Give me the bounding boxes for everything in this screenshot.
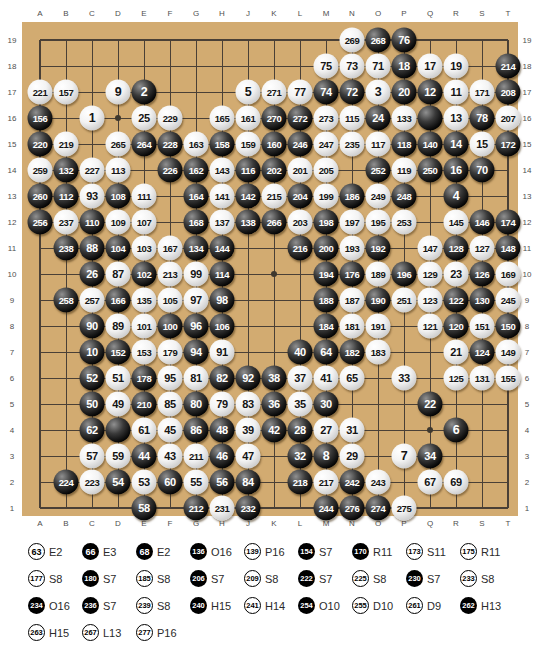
move-number: 145 <box>449 217 464 227</box>
stone-H14: 143 <box>210 158 235 183</box>
move-number: 160 <box>267 139 282 149</box>
move-number: 3 <box>375 86 382 99</box>
legend-entry: 66E3 <box>82 543 136 560</box>
move-number: 131 <box>475 373 490 383</box>
move-number: 158 <box>215 139 230 149</box>
legend-entry: 173S11 <box>406 543 460 560</box>
move-number: 78 <box>476 113 487 124</box>
move-number: 266 <box>267 217 282 227</box>
stone-R14: 16 <box>444 158 469 183</box>
stone-O15: 117 <box>366 132 391 157</box>
stone-S14: 70 <box>470 158 495 183</box>
move-number: 242 <box>345 477 360 487</box>
stone-T10: 169 <box>496 262 521 287</box>
legend-coord: E2 <box>157 546 170 558</box>
legend-stone: 185 <box>136 570 153 587</box>
stone-B13: 112 <box>54 184 79 209</box>
stone-J1: 232 <box>236 496 261 521</box>
stone-M4: 27 <box>314 418 339 443</box>
move-number: 22 <box>424 399 435 410</box>
stone-E17: 2 <box>132 80 157 105</box>
stone-C5: 50 <box>80 392 105 417</box>
stone-D6: 51 <box>106 366 131 391</box>
move-number: 220 <box>33 139 48 149</box>
move-number: 165 <box>215 113 230 123</box>
legend-stone: 66 <box>82 543 99 560</box>
coord-label: 19 <box>8 36 17 45</box>
stone-J13: 142 <box>236 184 261 209</box>
move-number: 77 <box>294 87 305 98</box>
stone-G14: 162 <box>184 158 209 183</box>
coord-label: A <box>37 9 42 18</box>
stone-K15: 160 <box>262 132 287 157</box>
stone-F5: 85 <box>158 392 183 417</box>
stone-C6: 52 <box>80 366 105 391</box>
move-number: 61 <box>138 425 149 436</box>
move-number: 29 <box>346 451 357 462</box>
legend-coord: O10 <box>319 600 340 612</box>
stone-T18: 214 <box>496 54 521 79</box>
stone-P12: 253 <box>392 210 417 235</box>
move-number: 169 <box>501 269 516 279</box>
move-number: 17 <box>424 61 435 72</box>
stone-E16: 25 <box>132 106 157 131</box>
move-number: 56 <box>216 477 227 488</box>
stone-F9: 105 <box>158 288 183 313</box>
coord-label: 17 <box>8 88 17 97</box>
legend-entry: 234O16 <box>28 597 82 614</box>
stone-O8: 191 <box>366 314 391 339</box>
legend-row: 63E266E368E2136O16139P16154S7170R11173S1… <box>28 538 532 565</box>
stone-L17: 77 <box>288 80 313 105</box>
move-number: 58 <box>138 503 149 514</box>
move-number: 232 <box>241 503 256 513</box>
stone-E11: 103 <box>132 236 157 261</box>
coord-label: R <box>453 519 459 528</box>
move-number: 81 <box>190 373 201 384</box>
stone-H4: 48 <box>210 418 235 443</box>
stone-M16: 273 <box>314 106 339 131</box>
legend-entry: 236S7 <box>82 597 136 614</box>
stone-M15: 247 <box>314 132 339 157</box>
stone-S15: 15 <box>470 132 495 157</box>
stone-O2: 243 <box>366 470 391 495</box>
move-number: 79 <box>216 399 227 410</box>
stone-F14: 226 <box>158 158 183 183</box>
legend-coord: S8 <box>49 573 62 585</box>
move-number: 268 <box>371 35 386 45</box>
coord-label: 17 <box>523 88 532 97</box>
legend-coord: S11 <box>427 546 446 558</box>
coord-label: 12 <box>523 218 532 227</box>
coord-label: Q <box>427 9 433 18</box>
move-number: 226 <box>163 165 178 175</box>
stone-T16: 207 <box>496 106 521 131</box>
move-number: 82 <box>216 373 227 384</box>
move-number: 62 <box>86 425 97 436</box>
coord-label: 14 <box>8 166 17 175</box>
legend-stone: 236 <box>82 597 99 614</box>
move-number: 88 <box>86 243 97 254</box>
stone-D4 <box>106 418 131 443</box>
stone-J2: 84 <box>236 470 261 495</box>
stone-Q18: 17 <box>418 54 443 79</box>
legend-coord: R11 <box>481 546 500 558</box>
coord-label: F <box>168 9 173 18</box>
stone-E10: 102 <box>132 262 157 287</box>
stone-N3: 29 <box>340 444 365 469</box>
stone-M9: 188 <box>314 288 339 313</box>
stone-E15: 264 <box>132 132 157 157</box>
stone-E7: 153 <box>132 340 157 365</box>
legend-coord: S8 <box>373 573 386 585</box>
stone-T17: 208 <box>496 80 521 105</box>
move-number: 249 <box>371 191 386 201</box>
move-number: 15 <box>476 139 487 150</box>
stone-J14: 116 <box>236 158 261 183</box>
stone-L15: 246 <box>288 132 313 157</box>
legend-entry: 255D10 <box>352 597 406 614</box>
stone-P6: 33 <box>392 366 417 391</box>
move-number: 105 <box>163 295 178 305</box>
legend-entry: 170R11 <box>352 543 406 560</box>
move-number: 137 <box>215 217 230 227</box>
move-number: 103 <box>137 243 152 253</box>
move-number: 19 <box>450 61 461 72</box>
coord-label: 2 <box>525 478 529 487</box>
move-number: 149 <box>501 347 516 357</box>
move-number: 200 <box>319 243 334 253</box>
move-number: 80 <box>190 399 201 410</box>
move-number: 196 <box>397 269 412 279</box>
move-number: 43 <box>164 451 175 462</box>
stone-R4: 6 <box>444 418 469 443</box>
move-number: 114 <box>215 269 229 279</box>
coord-label: 4 <box>10 426 14 435</box>
move-number: 110 <box>85 217 99 227</box>
legend-stone: 277 <box>136 624 153 641</box>
move-number: 151 <box>475 321 490 331</box>
stone-A13: 260 <box>28 184 53 209</box>
legend-entry: 233S8 <box>460 570 514 587</box>
move-number: 91 <box>216 347 227 358</box>
stone-Q5: 22 <box>418 392 443 417</box>
coord-label: 10 <box>8 270 17 279</box>
stone-R17: 11 <box>444 80 469 105</box>
move-number: 201 <box>293 165 308 175</box>
stone-O18: 71 <box>366 54 391 79</box>
coord-label: 2 <box>10 478 14 487</box>
stone-R2: 69 <box>444 470 469 495</box>
legend-coord: O16 <box>211 546 232 558</box>
stone-O13: 249 <box>366 184 391 209</box>
move-number: 231 <box>215 503 230 513</box>
move-number: 135 <box>137 295 152 305</box>
move-number: 124 <box>475 347 490 357</box>
stone-R15: 14 <box>444 132 469 157</box>
move-number: 126 <box>475 269 490 279</box>
legend-stone: 173 <box>406 543 423 560</box>
stone-C10: 26 <box>80 262 105 287</box>
stone-A14: 259 <box>28 158 53 183</box>
legend-stone: 177 <box>28 570 45 587</box>
move-number: 221 <box>33 87 48 97</box>
stone-N1: 276 <box>340 496 365 521</box>
move-number: 70 <box>476 165 487 176</box>
stone-J5: 83 <box>236 392 261 417</box>
legend-coord: P16 <box>157 627 177 639</box>
move-number: 143 <box>215 165 230 175</box>
move-number: 51 <box>112 373 123 384</box>
legend-entry: 175R11 <box>460 543 514 560</box>
stone-S11: 127 <box>470 236 495 261</box>
move-number: 190 <box>371 295 386 305</box>
legend-row: 234O16236S7239S8240H15241H14254O10255D10… <box>28 592 532 619</box>
legend-entry: 185S8 <box>136 570 190 587</box>
coord-label: 7 <box>10 348 14 357</box>
stone-F15: 228 <box>158 132 183 157</box>
coord-label: K <box>271 519 276 528</box>
stone-J15: 159 <box>236 132 261 157</box>
stone-L6: 37 <box>288 366 313 391</box>
move-number: 224 <box>59 477 74 487</box>
stone-G13: 164 <box>184 184 209 209</box>
move-number: 194 <box>319 269 334 279</box>
legend-entry: 225S8 <box>352 570 406 587</box>
stone-M8: 184 <box>314 314 339 339</box>
stone-R8: 120 <box>444 314 469 339</box>
stone-H5: 79 <box>210 392 235 417</box>
move-number: 112 <box>59 191 73 201</box>
move-number: 146 <box>475 217 490 227</box>
move-number: 57 <box>86 451 97 462</box>
stone-S16: 78 <box>470 106 495 131</box>
move-number: 47 <box>242 451 253 462</box>
coord-label: H <box>219 9 225 18</box>
stone-A17: 221 <box>28 80 53 105</box>
stone-O16: 24 <box>366 106 391 131</box>
move-number: 188 <box>319 295 334 305</box>
stone-Q11: 147 <box>418 236 443 261</box>
coord-label: 9 <box>525 296 529 305</box>
stone-Q14: 250 <box>418 158 443 183</box>
move-number: 216 <box>293 243 308 253</box>
legend-stone: 139 <box>244 543 261 560</box>
capture-legend: 63E266E368E2136O16139P16154S7170R11173S1… <box>28 538 532 646</box>
move-number: 153 <box>137 347 152 357</box>
legend-entry: 241H14 <box>244 597 298 614</box>
stone-N2: 242 <box>340 470 365 495</box>
stone-Q9: 123 <box>418 288 443 313</box>
coord-label: B <box>63 9 68 18</box>
stone-Q16 <box>418 106 443 131</box>
move-number: 155 <box>501 373 516 383</box>
stone-L7: 40 <box>288 340 313 365</box>
stone-G7: 94 <box>184 340 209 365</box>
move-number: 48 <box>216 425 227 436</box>
coord-label: S <box>479 519 484 528</box>
coord-label: A <box>37 519 42 528</box>
stone-H8: 106 <box>210 314 235 339</box>
stone-J6: 92 <box>236 366 261 391</box>
stone-Q17: 12 <box>418 80 443 105</box>
coord-label: T <box>506 9 511 18</box>
stone-M10: 194 <box>314 262 339 287</box>
stone-C2: 223 <box>80 470 105 495</box>
stone-D13: 108 <box>106 184 131 209</box>
legend-stone: 234 <box>28 597 45 614</box>
stone-G8: 96 <box>184 314 209 339</box>
move-number: 178 <box>137 373 152 383</box>
move-number: 274 <box>371 503 386 513</box>
move-number: 271 <box>267 87 282 97</box>
move-number: 8 <box>323 450 330 463</box>
move-number: 99 <box>190 269 201 280</box>
move-number: 183 <box>371 347 386 357</box>
move-number: 104 <box>111 243 126 253</box>
stone-N18: 73 <box>340 54 365 79</box>
move-number: 109 <box>111 217 126 227</box>
stone-R6: 125 <box>444 366 469 391</box>
move-number: 37 <box>294 373 305 384</box>
move-number: 244 <box>319 503 334 513</box>
stone-S6: 131 <box>470 366 495 391</box>
move-number: 204 <box>293 191 308 201</box>
legend-coord: S8 <box>157 600 170 612</box>
move-number: 35 <box>294 399 305 410</box>
legend-coord: S7 <box>211 573 224 585</box>
move-number: 75 <box>320 61 331 72</box>
move-number: 250 <box>423 165 438 175</box>
stone-M6: 41 <box>314 366 339 391</box>
legend-stone: 209 <box>244 570 261 587</box>
stone-L13: 204 <box>288 184 313 209</box>
legend-stone: 240 <box>190 597 207 614</box>
stone-F11: 167 <box>158 236 183 261</box>
coord-label: 3 <box>10 452 14 461</box>
stone-J3: 47 <box>236 444 261 469</box>
coord-label: 15 <box>523 140 532 149</box>
move-number: 161 <box>241 113 256 123</box>
stone-L4: 28 <box>288 418 313 443</box>
stone-D8: 89 <box>106 314 131 339</box>
stone-R18: 19 <box>444 54 469 79</box>
coord-label: 19 <box>523 36 532 45</box>
move-number: 265 <box>111 139 126 149</box>
stone-M18: 75 <box>314 54 339 79</box>
legend-entry: 139P16 <box>244 543 298 560</box>
stone-F6: 95 <box>158 366 183 391</box>
coord-label: B <box>63 519 68 528</box>
move-number: 2 <box>141 86 148 99</box>
coord-label: 18 <box>523 62 532 71</box>
move-number: 237 <box>59 217 74 227</box>
legend-entry: 206S7 <box>190 570 244 587</box>
move-number: 156 <box>33 113 48 123</box>
stone-F8: 100 <box>158 314 183 339</box>
move-number: 53 <box>138 477 149 488</box>
stone-H3: 46 <box>210 444 235 469</box>
legend-coord: S7 <box>319 573 332 585</box>
stone-L3: 32 <box>288 444 313 469</box>
stone-G2: 55 <box>184 470 209 495</box>
stone-S12: 146 <box>470 210 495 235</box>
stone-E3: 44 <box>132 444 157 469</box>
stone-H9: 98 <box>210 288 235 313</box>
stone-P14: 119 <box>392 158 417 183</box>
stone-T8: 150 <box>496 314 521 339</box>
stone-C16: 1 <box>80 106 105 131</box>
move-number: 127 <box>475 243 490 253</box>
coord-label: L <box>298 9 302 18</box>
move-number: 182 <box>345 347 360 357</box>
move-number: 252 <box>371 165 386 175</box>
move-number: 174 <box>501 217 516 227</box>
stone-N19: 269 <box>340 28 365 53</box>
move-number: 176 <box>345 269 360 279</box>
stone-S8: 151 <box>470 314 495 339</box>
move-number: 179 <box>163 347 178 357</box>
move-number: 157 <box>59 87 74 97</box>
move-number: 33 <box>398 373 409 384</box>
legend-stone: 225 <box>352 570 369 587</box>
move-number: 74 <box>320 87 331 98</box>
move-number: 125 <box>449 373 464 383</box>
move-number: 276 <box>345 503 360 513</box>
move-number: 272 <box>293 113 308 123</box>
move-number: 172 <box>501 139 516 149</box>
coord-label: 18 <box>8 62 17 71</box>
move-number: 163 <box>189 139 204 149</box>
move-number: 50 <box>86 399 97 410</box>
legend-stone: 206 <box>190 570 207 587</box>
coord-label: 4 <box>525 426 529 435</box>
move-number: 122 <box>449 295 464 305</box>
move-number: 95 <box>164 373 175 384</box>
move-number: 238 <box>59 243 74 253</box>
move-number: 16 <box>450 165 461 176</box>
stone-N11: 193 <box>340 236 365 261</box>
move-number: 1 <box>89 112 96 125</box>
stone-B2: 224 <box>54 470 79 495</box>
move-number: 46 <box>216 451 227 462</box>
coord-label: 10 <box>523 270 532 279</box>
move-number: 96 <box>190 321 201 332</box>
stone-H10: 114 <box>210 262 235 287</box>
stone-N6: 65 <box>340 366 365 391</box>
star-point-D16 <box>115 115 121 121</box>
move-number: 235 <box>345 139 360 149</box>
coord-label: C <box>89 519 95 528</box>
move-number: 120 <box>449 321 464 331</box>
stone-P9: 251 <box>392 288 417 313</box>
move-number: 107 <box>137 217 152 227</box>
stone-D12: 109 <box>106 210 131 235</box>
legend-coord: S8 <box>157 573 170 585</box>
move-number: 76 <box>398 35 409 46</box>
legend-stone: 154 <box>298 543 315 560</box>
move-number: 134 <box>189 243 204 253</box>
stone-R13: 4 <box>444 184 469 209</box>
coord-label: Q <box>427 519 433 528</box>
stone-S10: 126 <box>470 262 495 287</box>
move-number: 60 <box>164 477 175 488</box>
legend-entry: 263H15 <box>28 624 82 641</box>
coord-label: 3 <box>525 452 529 461</box>
stone-K12: 266 <box>262 210 287 235</box>
stone-H2: 56 <box>210 470 235 495</box>
move-number: 23 <box>450 269 461 280</box>
